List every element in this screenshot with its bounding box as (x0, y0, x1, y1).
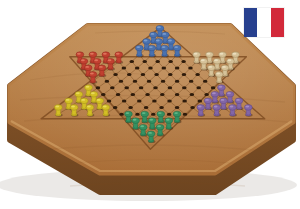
board-hole[interactable] (188, 67, 193, 70)
board-hole[interactable] (190, 106, 195, 109)
board-hole[interactable] (195, 73, 200, 76)
board-hole[interactable] (168, 86, 173, 89)
board-hole[interactable] (183, 113, 188, 116)
board-hole[interactable] (153, 86, 158, 89)
board-hole[interactable] (197, 100, 202, 103)
board-hole[interactable] (113, 73, 118, 76)
board-hole[interactable] (175, 67, 180, 70)
board-hole[interactable] (167, 100, 172, 103)
board-hole[interactable] (160, 93, 165, 96)
board-hole[interactable] (101, 93, 106, 96)
board-hole[interactable] (113, 106, 118, 109)
board-hole[interactable] (181, 60, 186, 63)
board-hole[interactable] (119, 113, 124, 116)
board-hole[interactable] (211, 86, 216, 89)
board-hole[interactable] (137, 100, 142, 103)
board-hole[interactable] (168, 60, 173, 63)
board-hole[interactable] (96, 86, 101, 89)
board-hole[interactable] (148, 67, 153, 70)
board-hole[interactable] (147, 80, 152, 83)
board-hole[interactable] (162, 67, 167, 70)
board-hole[interactable] (155, 60, 160, 63)
board-hole[interactable] (151, 113, 156, 116)
board-hole[interactable] (175, 80, 180, 83)
board-hole[interactable] (135, 67, 140, 70)
board-hole[interactable] (190, 93, 195, 96)
board-hole[interactable] (175, 106, 180, 109)
board-hole[interactable] (159, 106, 164, 109)
flag-stripe-white (257, 8, 270, 37)
board-hole[interactable] (154, 73, 159, 76)
board-hole[interactable] (204, 93, 209, 96)
board-hole[interactable] (131, 93, 136, 96)
board-hole[interactable] (203, 80, 208, 83)
board-hole[interactable] (110, 86, 115, 89)
flag-stripe-blue (244, 8, 257, 37)
board-hole[interactable] (135, 113, 140, 116)
board-hole[interactable] (168, 73, 173, 76)
french-flag (244, 8, 284, 37)
board-hole[interactable] (129, 60, 134, 63)
board-hole[interactable] (124, 86, 129, 89)
board-hole[interactable] (133, 80, 138, 83)
board-hole[interactable] (182, 73, 187, 76)
board-hole[interactable] (122, 67, 127, 70)
board-hole[interactable] (152, 100, 157, 103)
board-hole[interactable] (189, 80, 194, 83)
board-hole[interactable] (116, 93, 121, 96)
board-hole[interactable] (119, 80, 124, 83)
board-hole[interactable] (144, 106, 149, 109)
board-hole[interactable] (141, 73, 146, 76)
board-hole[interactable] (182, 86, 187, 89)
board-hole[interactable] (175, 93, 180, 96)
board-hole[interactable] (127, 73, 132, 76)
board-hole[interactable] (196, 86, 201, 89)
board-hole[interactable] (122, 100, 127, 103)
board-hole[interactable] (145, 93, 150, 96)
board-hole[interactable] (128, 106, 133, 109)
product-photo (0, 0, 300, 209)
board-hole[interactable] (107, 100, 112, 103)
flag-stripe-red (271, 8, 284, 37)
board-hole[interactable] (161, 80, 166, 83)
board-hole[interactable] (142, 60, 147, 63)
board-hole[interactable] (105, 80, 110, 83)
board-hole[interactable] (139, 86, 144, 89)
board-hole[interactable] (167, 113, 172, 116)
board-hole[interactable] (182, 100, 187, 103)
